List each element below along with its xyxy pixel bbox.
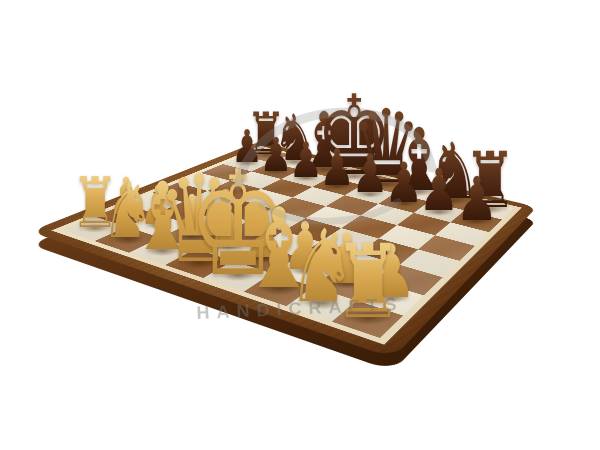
product-photo-chess-set: ♜♞♝♚♛♝♞♜♟♟♟♟♟♟♟♟♟♟♟♟♟♟♟♟♜♞♝♛♚♝♞♜ HANDICR… (0, 0, 600, 450)
